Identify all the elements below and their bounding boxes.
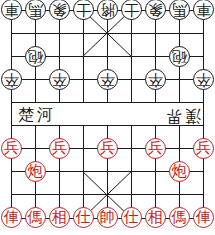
piece-glyph: 象 — [52, 2, 67, 17]
piece-glyph: 傌 — [172, 210, 187, 225]
piece-red-soldier[interactable]: 兵 — [49, 138, 70, 159]
piece-glyph: 卒 — [148, 72, 163, 87]
piece-glyph: 卒 — [52, 72, 67, 87]
piece-red-cannon[interactable]: 炮 — [25, 161, 46, 182]
piece-glyph: 卒 — [100, 72, 115, 87]
piece-glyph: 卒 — [196, 72, 211, 87]
piece-glyph: 兵 — [52, 141, 67, 156]
piece-black-elephant[interactable]: 象 — [49, 0, 70, 20]
piece-red-advisor[interactable]: 仕 — [73, 207, 94, 228]
piece-red-general[interactable]: 帥 — [97, 207, 118, 228]
piece-black-cannon[interactable]: 砲 — [25, 46, 46, 67]
piece-glyph: 將 — [100, 2, 115, 17]
piece-red-soldier[interactable]: 兵 — [193, 138, 214, 159]
piece-black-horse[interactable]: 馬 — [25, 0, 46, 20]
xiangqi-board: 楚河 漢界 車馬象士將士象馬車砲砲卒卒卒卒卒兵兵兵兵兵炮炮俥傌相仕帥仕相傌俥 — [0, 0, 215, 235]
piece-red-advisor[interactable]: 仕 — [121, 207, 142, 228]
piece-black-horse[interactable]: 馬 — [169, 0, 190, 20]
piece-black-soldier[interactable]: 卒 — [49, 69, 70, 90]
piece-glyph: 兵 — [100, 141, 115, 156]
piece-red-chariot[interactable]: 俥 — [193, 207, 214, 228]
piece-red-soldier[interactable]: 兵 — [145, 138, 166, 159]
piece-glyph: 俥 — [196, 210, 211, 225]
piece-black-cannon[interactable]: 砲 — [169, 46, 190, 67]
piece-glyph: 馬 — [172, 2, 187, 17]
piece-black-chariot[interactable]: 車 — [1, 0, 22, 20]
piece-glyph: 仕 — [124, 210, 139, 225]
piece-glyph: 車 — [4, 2, 19, 17]
piece-glyph: 炮 — [28, 164, 43, 179]
piece-glyph: 兵 — [196, 141, 211, 156]
piece-red-horse[interactable]: 傌 — [25, 207, 46, 228]
piece-red-elephant[interactable]: 相 — [145, 207, 166, 228]
piece-red-soldier[interactable]: 兵 — [1, 138, 22, 159]
piece-black-advisor[interactable]: 士 — [73, 0, 94, 20]
piece-black-soldier[interactable]: 卒 — [97, 69, 118, 90]
piece-glyph: 兵 — [148, 141, 163, 156]
piece-glyph: 士 — [76, 2, 91, 17]
piece-red-chariot[interactable]: 俥 — [1, 207, 22, 228]
piece-glyph: 象 — [148, 2, 163, 17]
piece-glyph: 士 — [124, 2, 139, 17]
piece-glyph: 俥 — [4, 210, 19, 225]
piece-red-soldier[interactable]: 兵 — [97, 138, 118, 159]
piece-glyph: 傌 — [28, 210, 43, 225]
piece-glyph: 砲 — [28, 49, 43, 64]
piece-black-elephant[interactable]: 象 — [145, 0, 166, 20]
piece-black-advisor[interactable]: 士 — [121, 0, 142, 20]
piece-red-horse[interactable]: 傌 — [169, 207, 190, 228]
piece-black-soldier[interactable]: 卒 — [145, 69, 166, 90]
piece-glyph: 相 — [52, 210, 67, 225]
piece-glyph: 砲 — [172, 49, 187, 64]
piece-glyph: 馬 — [28, 2, 43, 17]
piece-glyph: 炮 — [172, 164, 187, 179]
piece-glyph: 卒 — [4, 72, 19, 87]
piece-glyph: 相 — [148, 210, 163, 225]
piece-glyph: 帥 — [100, 210, 115, 225]
pieces-layer: 車馬象士將士象馬車砲砲卒卒卒卒卒兵兵兵兵兵炮炮俥傌相仕帥仕相傌俥 — [0, 0, 215, 230]
piece-glyph: 仕 — [76, 210, 91, 225]
piece-red-cannon[interactable]: 炮 — [169, 161, 190, 182]
piece-red-elephant[interactable]: 相 — [49, 207, 70, 228]
piece-black-chariot[interactable]: 車 — [193, 0, 214, 20]
piece-glyph: 兵 — [4, 141, 19, 156]
piece-black-soldier[interactable]: 卒 — [1, 69, 22, 90]
piece-black-general[interactable]: 將 — [97, 0, 118, 20]
piece-black-soldier[interactable]: 卒 — [193, 69, 214, 90]
piece-glyph: 車 — [196, 2, 211, 17]
